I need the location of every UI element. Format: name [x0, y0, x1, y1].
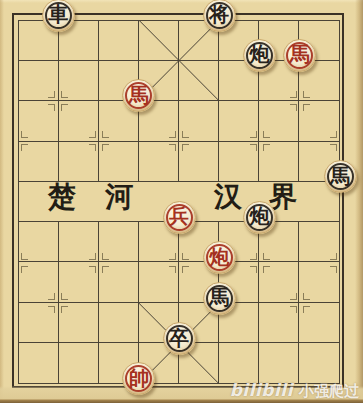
point-marker: [89, 131, 96, 138]
point-marker: [102, 144, 109, 151]
piece-black-chariot-f2r1[interactable]: 車: [42, 0, 75, 32]
board-cell: [99, 303, 139, 343]
piece-black-general-f6r1[interactable]: 将: [203, 0, 236, 32]
piece-red-soldier-f5r6[interactable]: 兵: [163, 201, 196, 234]
watermark: bilibili小强爬过: [230, 380, 359, 401]
point-marker: [250, 144, 257, 151]
board-cell: [139, 21, 179, 61]
point-marker: [182, 253, 189, 260]
point-marker: [330, 144, 337, 151]
river-label-he: 河: [105, 183, 133, 211]
piece-glyph: 炮: [250, 44, 270, 64]
point-marker: [182, 144, 189, 151]
point-marker: [169, 266, 176, 273]
point-marker: [250, 253, 257, 260]
board-cell: [299, 343, 339, 383]
board-cell: [219, 343, 259, 383]
piece-black-cannon-f7r2[interactable]: 炮: [243, 39, 276, 72]
piece-black-cannon-f7r6[interactable]: 炮: [243, 201, 276, 234]
point-marker: [250, 266, 257, 273]
point-marker: [61, 104, 68, 111]
river-label-jie: 界: [269, 183, 297, 211]
point-marker: [290, 293, 297, 300]
piece-glyph: 馬: [330, 166, 350, 186]
piece-glyph: 車: [48, 4, 68, 24]
point-marker: [303, 293, 310, 300]
piece-glyph: 馬: [129, 85, 149, 105]
point-marker: [48, 306, 55, 313]
point-marker: [169, 144, 176, 151]
point-marker: [263, 131, 270, 138]
piece-glyph: 帥: [129, 368, 149, 388]
point-marker: [303, 91, 310, 98]
point-marker: [182, 131, 189, 138]
point-marker: [102, 266, 109, 273]
point-marker: [21, 131, 28, 138]
point-marker: [48, 293, 55, 300]
point-marker: [330, 131, 337, 138]
piece-black-horse-f6r8[interactable]: 馬: [203, 282, 236, 315]
xiangqi-board: 楚 河 汉 界 車将炮馬馬馬兵炮炮馬卒帥 bilibili小强爬过: [0, 0, 363, 403]
point-marker: [48, 91, 55, 98]
piece-glyph: 炮: [250, 206, 270, 226]
point-marker: [61, 293, 68, 300]
piece-red-general-f4r10[interactable]: 帥: [122, 362, 155, 395]
point-marker: [290, 104, 297, 111]
point-marker: [330, 266, 337, 273]
point-marker: [89, 253, 96, 260]
piece-glyph: 卒: [169, 328, 189, 348]
piece-black-horse-f9r5[interactable]: 馬: [324, 160, 357, 193]
piece-red-cannon-f6r7[interactable]: 炮: [203, 241, 236, 274]
board-cell: [179, 61, 219, 101]
piece-glyph: 兵: [169, 206, 189, 226]
piece-glyph: 将: [209, 4, 229, 24]
point-marker: [21, 144, 28, 151]
watermark-text: 小强爬过: [299, 382, 359, 400]
point-marker: [169, 253, 176, 260]
point-marker: [250, 131, 257, 138]
piece-red-horse-f8r2[interactable]: 馬: [283, 39, 316, 72]
piece-glyph: 炮: [209, 247, 229, 267]
board-cell: [99, 21, 139, 61]
bilibili-logo: bilibili: [230, 380, 293, 400]
point-marker: [290, 306, 297, 313]
point-marker: [89, 144, 96, 151]
board-cell: [19, 343, 59, 383]
point-marker: [61, 306, 68, 313]
point-marker: [102, 131, 109, 138]
point-marker: [21, 253, 28, 260]
point-marker: [263, 253, 270, 260]
point-marker: [89, 266, 96, 273]
point-marker: [303, 104, 310, 111]
point-marker: [102, 253, 109, 260]
point-marker: [303, 306, 310, 313]
point-marker: [182, 266, 189, 273]
piece-black-soldier-f5r9[interactable]: 卒: [163, 322, 196, 355]
point-marker: [21, 266, 28, 273]
river-label-chu: 楚: [48, 183, 76, 211]
board-cell: [259, 343, 299, 383]
point-marker: [48, 104, 55, 111]
point-marker: [290, 91, 297, 98]
point-marker: [263, 144, 270, 151]
point-marker: [169, 131, 176, 138]
point-marker: [263, 266, 270, 273]
board-cell: [59, 343, 99, 383]
point-marker: [330, 253, 337, 260]
river-label-han: 汉: [214, 183, 242, 211]
piece-glyph: 馬: [209, 287, 229, 307]
point-marker: [61, 91, 68, 98]
piece-glyph: 馬: [290, 44, 310, 64]
